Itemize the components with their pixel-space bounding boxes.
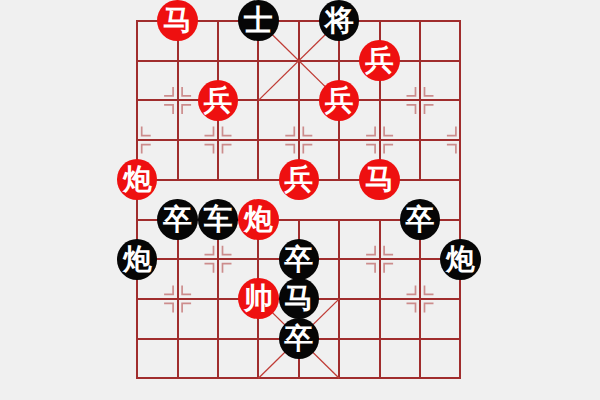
pieces-layer: 马士将兵兵兵炮兵马卒车炮卒炮卒炮帅马卒	[117, 1, 481, 398]
piece-black-soldier[interactable]: 卒	[279, 239, 319, 280]
board-cell: 车	[198, 200, 238, 240]
piece-black-general[interactable]: 将	[319, 0, 359, 41]
piece-red-horse[interactable]: 马	[157, 0, 197, 41]
piece-black-cannon[interactable]: 炮	[440, 239, 480, 280]
piece-black-soldier[interactable]: 卒	[400, 199, 440, 240]
board-cell: 兵	[198, 81, 238, 121]
piece-red-soldier[interactable]: 兵	[198, 80, 238, 121]
board-cell: 马	[279, 279, 319, 319]
board-cell: 马	[359, 160, 399, 200]
piece-red-cannon[interactable]: 炮	[117, 159, 157, 200]
piece-red-soldier[interactable]: 兵	[359, 40, 399, 81]
board-cell: 将	[319, 1, 359, 41]
board-cell: 卒	[279, 319, 319, 359]
piece-black-cannon[interactable]: 炮	[117, 239, 157, 280]
piece-red-soldier[interactable]: 兵	[319, 80, 359, 121]
piece-black-horse[interactable]: 马	[279, 278, 319, 319]
board-cell: 炮	[238, 200, 278, 240]
board-cell: 兵	[279, 160, 319, 200]
board-cell: 兵	[319, 81, 359, 121]
piece-red-cannon[interactable]: 炮	[238, 199, 278, 240]
xiangqi-board: 马士将兵兵兵炮兵马卒车炮卒炮卒炮帅马卒	[0, 0, 600, 400]
piece-red-horse[interactable]: 马	[359, 159, 399, 200]
board-cell: 炮	[440, 239, 480, 279]
piece-black-soldier[interactable]: 卒	[157, 199, 197, 240]
board-cell: 卒	[400, 200, 440, 240]
board-cell: 兵	[359, 41, 399, 81]
board-cell: 卒	[157, 200, 197, 240]
piece-black-advisor[interactable]: 士	[238, 0, 278, 41]
piece-red-general[interactable]: 帅	[238, 278, 278, 319]
board-cell: 马	[157, 1, 197, 41]
board-cell: 炮	[117, 160, 157, 200]
board-cell: 帅	[238, 279, 278, 319]
piece-red-soldier[interactable]: 兵	[279, 159, 319, 200]
piece-black-soldier[interactable]: 卒	[279, 318, 319, 359]
board-cell: 卒	[279, 239, 319, 279]
board-cell: 炮	[117, 239, 157, 279]
board-cell: 士	[238, 1, 278, 41]
piece-black-chariot[interactable]: 车	[198, 199, 238, 240]
